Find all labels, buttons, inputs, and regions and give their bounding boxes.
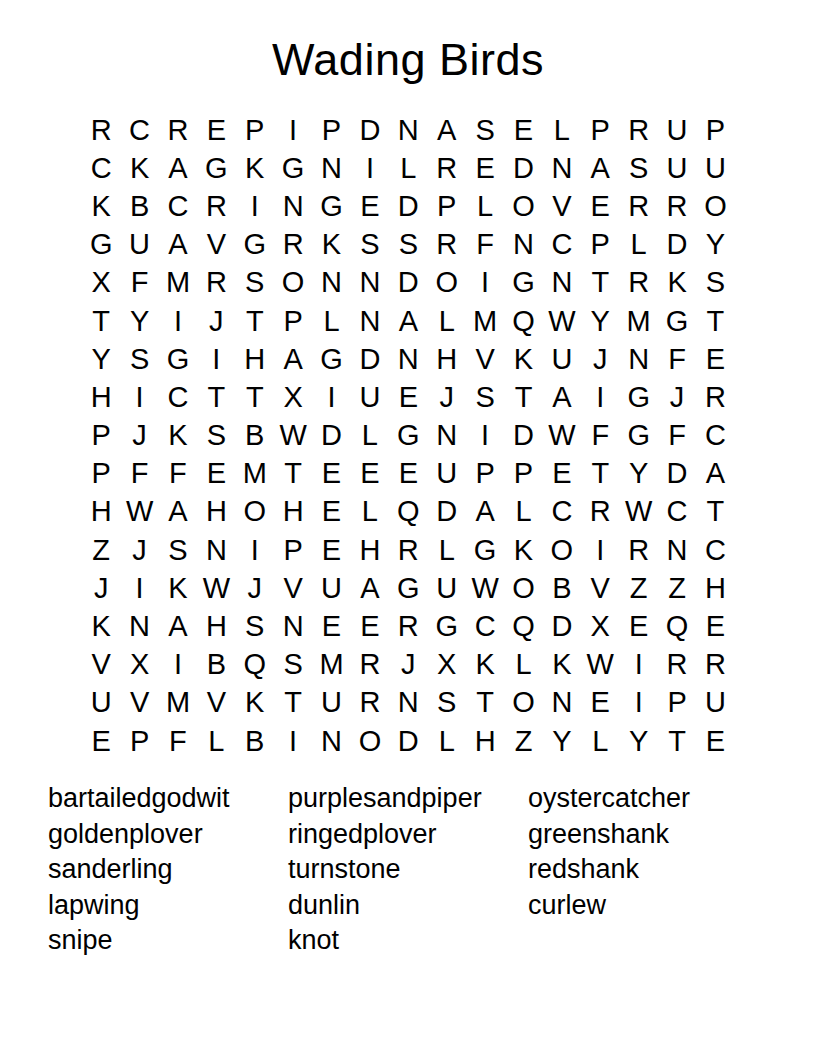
grid-cell: A bbox=[581, 149, 619, 187]
grid-cell: E bbox=[351, 187, 389, 225]
grid-cell: R bbox=[351, 646, 389, 684]
grid-cell: W bbox=[543, 302, 581, 340]
grid-cell: I bbox=[159, 302, 197, 340]
grid-cell: J bbox=[428, 378, 466, 416]
grid-cell: T bbox=[82, 302, 120, 340]
grid-cell: I bbox=[197, 340, 235, 378]
grid-cell: G bbox=[236, 226, 274, 264]
grid-cell: X bbox=[428, 646, 466, 684]
grid-cell: F bbox=[581, 417, 619, 455]
grid-cell: U bbox=[82, 684, 120, 722]
grid-cell: R bbox=[82, 111, 120, 149]
grid-cell: I bbox=[274, 722, 312, 760]
grid-cell: H bbox=[696, 569, 734, 607]
grid-cell: P bbox=[274, 531, 312, 569]
grid-cell: N bbox=[543, 149, 581, 187]
grid-cell: K bbox=[82, 187, 120, 225]
grid-cell: D bbox=[658, 226, 696, 264]
grid-cell: G bbox=[389, 569, 427, 607]
grid-cell: H bbox=[197, 607, 235, 645]
grid-cell: V bbox=[274, 569, 312, 607]
grid-cell: R bbox=[619, 111, 657, 149]
grid-cell: H bbox=[274, 493, 312, 531]
grid-cell: A bbox=[159, 607, 197, 645]
grid-cell: U bbox=[658, 149, 696, 187]
grid-cell: H bbox=[197, 493, 235, 531]
grid-cell: J bbox=[82, 569, 120, 607]
grid-cell: N bbox=[543, 684, 581, 722]
grid-cell: I bbox=[466, 264, 504, 302]
grid-cell: P bbox=[466, 455, 504, 493]
grid-cell: P bbox=[696, 111, 734, 149]
grid-cell: Z bbox=[82, 531, 120, 569]
grid-cell: O bbox=[428, 264, 466, 302]
grid-cell: O bbox=[274, 264, 312, 302]
grid-cell: L bbox=[312, 302, 350, 340]
grid-cell: M bbox=[466, 302, 504, 340]
grid-cell: G bbox=[658, 302, 696, 340]
grid-cell: C bbox=[82, 149, 120, 187]
grid-cell: D bbox=[543, 607, 581, 645]
grid-cell: R bbox=[619, 531, 657, 569]
grid-cell: I bbox=[120, 569, 158, 607]
grid-cell: R bbox=[658, 187, 696, 225]
grid-cell: P bbox=[274, 302, 312, 340]
grid-cell: K bbox=[543, 646, 581, 684]
word-list-item: greenshank bbox=[528, 817, 768, 853]
grid-cell: U bbox=[428, 455, 466, 493]
grid-cell: Q bbox=[389, 493, 427, 531]
grid-cell: G bbox=[312, 187, 350, 225]
grid-cell: C bbox=[658, 493, 696, 531]
grid-cell: A bbox=[159, 149, 197, 187]
grid-cell: Q bbox=[504, 302, 542, 340]
grid-cell: E bbox=[696, 722, 734, 760]
grid-cell: A bbox=[696, 455, 734, 493]
grid-cell: T bbox=[197, 378, 235, 416]
grid-cell: B bbox=[236, 417, 274, 455]
grid-cell: W bbox=[619, 493, 657, 531]
grid-cell: E bbox=[389, 378, 427, 416]
grid-cell: T bbox=[581, 455, 619, 493]
grid-cell: E bbox=[312, 493, 350, 531]
grid-cell: C bbox=[159, 378, 197, 416]
grid-cell: L bbox=[581, 722, 619, 760]
grid-cell: R bbox=[389, 531, 427, 569]
grid-cell: X bbox=[82, 264, 120, 302]
grid-cell: A bbox=[428, 111, 466, 149]
grid-cell: A bbox=[466, 493, 504, 531]
grid-cell: E bbox=[466, 149, 504, 187]
grid-cell: W bbox=[466, 569, 504, 607]
grid-cell: L bbox=[389, 149, 427, 187]
grid-cell: D bbox=[658, 455, 696, 493]
grid-cell: D bbox=[351, 111, 389, 149]
grid-cell: L bbox=[428, 722, 466, 760]
grid-cell: I bbox=[274, 111, 312, 149]
grid-cell: Z bbox=[619, 569, 657, 607]
grid-cell: R bbox=[696, 378, 734, 416]
grid-cell: R bbox=[389, 607, 427, 645]
grid-cell: W bbox=[581, 646, 619, 684]
grid-cell: N bbox=[428, 417, 466, 455]
puzzle-title: Wading Birds bbox=[0, 34, 816, 86]
grid-cell: D bbox=[428, 493, 466, 531]
grid-cell: A bbox=[351, 569, 389, 607]
grid-cell: C bbox=[120, 111, 158, 149]
grid-cell: K bbox=[82, 607, 120, 645]
grid-cell: S bbox=[696, 264, 734, 302]
grid-cell: K bbox=[236, 149, 274, 187]
grid-cell: T bbox=[236, 378, 274, 416]
grid-cell: D bbox=[312, 417, 350, 455]
grid-cell: E bbox=[581, 187, 619, 225]
grid-cell: K bbox=[504, 340, 542, 378]
grid-cell: E bbox=[581, 684, 619, 722]
grid-cell: I bbox=[159, 646, 197, 684]
grid-cell: Y bbox=[696, 226, 734, 264]
grid-cell: T bbox=[504, 378, 542, 416]
grid-cell: N bbox=[312, 722, 350, 760]
grid-cell: F bbox=[159, 722, 197, 760]
grid-cell: N bbox=[389, 340, 427, 378]
grid-cell: R bbox=[197, 264, 235, 302]
grid-cell: Y bbox=[619, 455, 657, 493]
grid-cell: L bbox=[543, 111, 581, 149]
grid-cell: V bbox=[581, 569, 619, 607]
grid-cell: R bbox=[658, 646, 696, 684]
grid-cell: D bbox=[389, 264, 427, 302]
grid-cell: Q bbox=[504, 607, 542, 645]
grid-cell: T bbox=[581, 264, 619, 302]
grid-cell: N bbox=[619, 340, 657, 378]
grid-cell: C bbox=[696, 531, 734, 569]
grid-cell: L bbox=[351, 493, 389, 531]
grid-cell: G bbox=[312, 340, 350, 378]
grid-cell: I bbox=[351, 149, 389, 187]
grid-cell: L bbox=[428, 531, 466, 569]
grid-cell: R bbox=[428, 149, 466, 187]
grid-cell: S bbox=[619, 149, 657, 187]
grid-cell: L bbox=[466, 187, 504, 225]
grid-cell: T bbox=[696, 493, 734, 531]
word-list-item: redshank bbox=[528, 852, 768, 888]
grid-cell: D bbox=[504, 149, 542, 187]
grid-cell: H bbox=[236, 340, 274, 378]
grid-cell: K bbox=[120, 149, 158, 187]
grid-cell: V bbox=[543, 187, 581, 225]
grid-cell: Z bbox=[504, 722, 542, 760]
grid-cell: L bbox=[504, 646, 542, 684]
grid-cell: L bbox=[504, 493, 542, 531]
grid-cell: J bbox=[389, 646, 427, 684]
grid-cell: G bbox=[466, 531, 504, 569]
word-list-column-1: bartailedgodwitgoldenploversanderlinglap… bbox=[48, 781, 288, 959]
grid-cell: C bbox=[696, 417, 734, 455]
grid-cell: U bbox=[543, 340, 581, 378]
grid-cell: O bbox=[504, 684, 542, 722]
grid-cell: T bbox=[466, 684, 504, 722]
grid-cell: I bbox=[312, 378, 350, 416]
grid-cell: S bbox=[236, 264, 274, 302]
grid-cell: E bbox=[312, 607, 350, 645]
grid-cell: D bbox=[351, 340, 389, 378]
grid-cell: T bbox=[274, 684, 312, 722]
grid-cell: K bbox=[312, 226, 350, 264]
grid-cell: E bbox=[543, 455, 581, 493]
grid-cell: M bbox=[159, 264, 197, 302]
grid-cell: L bbox=[351, 417, 389, 455]
grid-cell: U bbox=[312, 684, 350, 722]
grid-cell: E bbox=[312, 455, 350, 493]
grid-cell: R bbox=[197, 187, 235, 225]
grid-cell: K bbox=[658, 264, 696, 302]
grid-cell: Y bbox=[619, 722, 657, 760]
grid-cell: E bbox=[504, 111, 542, 149]
worksheet-page: Wading Birds RCREPIPDNASELPRUPCKAGKGNILR… bbox=[0, 0, 816, 1056]
grid-cell: G bbox=[197, 149, 235, 187]
grid-cell: W bbox=[120, 493, 158, 531]
grid-cell: I bbox=[236, 187, 274, 225]
word-list-item: goldenplover bbox=[48, 817, 288, 853]
grid-cell: E bbox=[619, 607, 657, 645]
grid-cell: R bbox=[696, 646, 734, 684]
grid-cell: C bbox=[466, 607, 504, 645]
grid-cell: Y bbox=[581, 302, 619, 340]
word-list-item: dunlin bbox=[288, 888, 528, 924]
grid-cell: S bbox=[466, 111, 504, 149]
grid-cell: D bbox=[389, 187, 427, 225]
grid-cell: V bbox=[120, 684, 158, 722]
grid-cell: G bbox=[504, 264, 542, 302]
grid-cell: F bbox=[120, 264, 158, 302]
grid-cell: E bbox=[197, 111, 235, 149]
grid-cell: S bbox=[236, 607, 274, 645]
grid-cell: L bbox=[197, 722, 235, 760]
grid-cell: L bbox=[619, 226, 657, 264]
grid-cell: N bbox=[120, 607, 158, 645]
grid-cell: N bbox=[312, 264, 350, 302]
grid-cell: X bbox=[581, 607, 619, 645]
grid-cell: F bbox=[658, 417, 696, 455]
word-list-column-3: oystercatchergreenshankredshankcurlew bbox=[528, 781, 768, 923]
grid-cell: I bbox=[581, 531, 619, 569]
grid-cell: U bbox=[351, 378, 389, 416]
grid-cell: N bbox=[274, 607, 312, 645]
word-search-grid: RCREPIPDNASELPRUPCKAGKGNILREDNASUUKBCRIN… bbox=[82, 111, 735, 760]
word-list-item: sanderling bbox=[48, 852, 288, 888]
grid-cell: P bbox=[120, 722, 158, 760]
grid-cell: S bbox=[466, 378, 504, 416]
grid-cell: N bbox=[197, 531, 235, 569]
grid-cell: G bbox=[389, 417, 427, 455]
grid-cell: P bbox=[581, 111, 619, 149]
grid-cell: R bbox=[619, 187, 657, 225]
grid-cell: Y bbox=[543, 722, 581, 760]
grid-cell: P bbox=[428, 187, 466, 225]
grid-cell: I bbox=[581, 378, 619, 416]
grid-cell: T bbox=[696, 302, 734, 340]
grid-cell: L bbox=[428, 302, 466, 340]
grid-cell: T bbox=[658, 722, 696, 760]
grid-cell: G bbox=[428, 607, 466, 645]
grid-cell: S bbox=[274, 646, 312, 684]
grid-cell: Y bbox=[82, 340, 120, 378]
grid-cell: O bbox=[236, 493, 274, 531]
grid-cell: U bbox=[428, 569, 466, 607]
grid-cell: C bbox=[543, 226, 581, 264]
word-list-item: lapwing bbox=[48, 888, 288, 924]
grid-cell: M bbox=[159, 684, 197, 722]
grid-cell: H bbox=[82, 378, 120, 416]
word-list-item: ringedplover bbox=[288, 817, 528, 853]
grid-cell: J bbox=[120, 531, 158, 569]
grid-cell: A bbox=[389, 302, 427, 340]
grid-cell: H bbox=[428, 340, 466, 378]
word-list-item: oystercatcher bbox=[528, 781, 768, 817]
grid-cell: B bbox=[543, 569, 581, 607]
grid-cell: K bbox=[504, 531, 542, 569]
grid-cell: E bbox=[197, 455, 235, 493]
grid-cell: E bbox=[696, 607, 734, 645]
grid-cell: W bbox=[543, 417, 581, 455]
word-list-item: turnstone bbox=[288, 852, 528, 888]
grid-cell: N bbox=[389, 111, 427, 149]
grid-cell: S bbox=[389, 226, 427, 264]
grid-cell: D bbox=[389, 722, 427, 760]
grid-cell: U bbox=[696, 149, 734, 187]
grid-cell: P bbox=[82, 455, 120, 493]
grid-cell: A bbox=[159, 226, 197, 264]
grid-cell: J bbox=[236, 569, 274, 607]
grid-cell: G bbox=[619, 378, 657, 416]
grid-cell: C bbox=[543, 493, 581, 531]
grid-cell: K bbox=[159, 569, 197, 607]
grid-cell: F bbox=[159, 455, 197, 493]
grid-cell: J bbox=[197, 302, 235, 340]
grid-cell: B bbox=[197, 646, 235, 684]
grid-cell: K bbox=[159, 417, 197, 455]
grid-cell: B bbox=[120, 187, 158, 225]
grid-cell: J bbox=[581, 340, 619, 378]
grid-cell: P bbox=[658, 684, 696, 722]
grid-cell: O bbox=[504, 187, 542, 225]
grid-cell: O bbox=[351, 722, 389, 760]
word-list: bartailedgodwitgoldenploversanderlinglap… bbox=[48, 781, 768, 959]
grid-cell: A bbox=[543, 378, 581, 416]
grid-cell: O bbox=[543, 531, 581, 569]
grid-cell: S bbox=[159, 531, 197, 569]
grid-cell: C bbox=[159, 187, 197, 225]
grid-cell: R bbox=[428, 226, 466, 264]
grid-cell: O bbox=[696, 187, 734, 225]
grid-cell: H bbox=[351, 531, 389, 569]
grid-cell: E bbox=[351, 455, 389, 493]
grid-cell: X bbox=[274, 378, 312, 416]
word-list-item: snipe bbox=[48, 923, 288, 959]
grid-cell: N bbox=[543, 264, 581, 302]
grid-cell: P bbox=[236, 111, 274, 149]
grid-cell: H bbox=[466, 722, 504, 760]
word-list-item: bartailedgodwit bbox=[48, 781, 288, 817]
grid-cell: S bbox=[351, 226, 389, 264]
grid-cell: U bbox=[120, 226, 158, 264]
grid-cell: I bbox=[466, 417, 504, 455]
grid-cell: K bbox=[236, 684, 274, 722]
grid-cell: G bbox=[159, 340, 197, 378]
grid-cell: S bbox=[197, 417, 235, 455]
grid-cell: G bbox=[274, 149, 312, 187]
grid-cell: T bbox=[236, 302, 274, 340]
grid-cell: O bbox=[504, 569, 542, 607]
grid-cell: I bbox=[120, 378, 158, 416]
grid-cell: V bbox=[197, 684, 235, 722]
grid-cell: N bbox=[658, 531, 696, 569]
grid-cell: E bbox=[389, 455, 427, 493]
grid-cell: A bbox=[274, 340, 312, 378]
grid-cell: N bbox=[312, 149, 350, 187]
grid-cell: P bbox=[312, 111, 350, 149]
grid-cell: G bbox=[619, 417, 657, 455]
grid-cell: S bbox=[428, 684, 466, 722]
grid-cell: F bbox=[466, 226, 504, 264]
grid-cell: N bbox=[351, 264, 389, 302]
grid-cell: P bbox=[581, 226, 619, 264]
grid-cell: N bbox=[504, 226, 542, 264]
grid-cell: J bbox=[120, 417, 158, 455]
grid-cell: E bbox=[696, 340, 734, 378]
grid-cell: V bbox=[466, 340, 504, 378]
grid-cell: V bbox=[197, 226, 235, 264]
grid-cell: U bbox=[696, 684, 734, 722]
grid-cell: Q bbox=[236, 646, 274, 684]
grid-cell: R bbox=[159, 111, 197, 149]
grid-cell: P bbox=[504, 455, 542, 493]
word-list-item: curlew bbox=[528, 888, 768, 924]
grid-cell: V bbox=[82, 646, 120, 684]
grid-cell: R bbox=[581, 493, 619, 531]
grid-cell: M bbox=[312, 646, 350, 684]
grid-cell: X bbox=[120, 646, 158, 684]
grid-cell: H bbox=[82, 493, 120, 531]
grid-cell: W bbox=[197, 569, 235, 607]
grid-cell: B bbox=[236, 722, 274, 760]
grid-cell: E bbox=[312, 531, 350, 569]
grid-cell: G bbox=[82, 226, 120, 264]
grid-cell: U bbox=[658, 111, 696, 149]
grid-cell: E bbox=[82, 722, 120, 760]
grid-cell: F bbox=[658, 340, 696, 378]
grid-cell: M bbox=[236, 455, 274, 493]
grid-cell: U bbox=[312, 569, 350, 607]
grid-cell: W bbox=[274, 417, 312, 455]
grid-cell: Z bbox=[658, 569, 696, 607]
grid-cell: I bbox=[619, 646, 657, 684]
word-list-item: knot bbox=[288, 923, 528, 959]
grid-cell: R bbox=[274, 226, 312, 264]
grid-cell: K bbox=[466, 646, 504, 684]
grid-cell: N bbox=[389, 684, 427, 722]
grid-cell: T bbox=[274, 455, 312, 493]
grid-cell: S bbox=[120, 340, 158, 378]
grid-cell: A bbox=[159, 493, 197, 531]
grid-cell: I bbox=[236, 531, 274, 569]
grid-cell: E bbox=[351, 607, 389, 645]
grid-cell: I bbox=[619, 684, 657, 722]
grid-cell: R bbox=[619, 264, 657, 302]
grid-cell: N bbox=[351, 302, 389, 340]
grid-cell: R bbox=[351, 684, 389, 722]
